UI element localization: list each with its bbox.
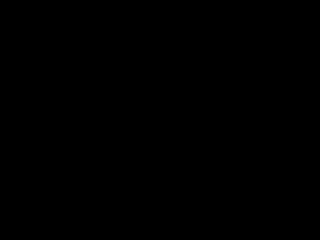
- chess-board: [12, 0, 104, 90]
- app-background: [0, 0, 120, 90]
